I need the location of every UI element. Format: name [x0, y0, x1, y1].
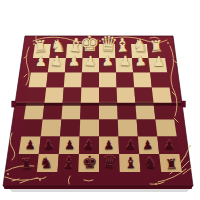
board-square — [99, 44, 116, 58]
gold-ornament-dot — [39, 179, 41, 181]
gold-ornament-dot — [155, 183, 157, 185]
board-square — [44, 88, 63, 104]
board-square — [46, 72, 65, 87]
board-square — [149, 58, 168, 73]
board-square — [65, 58, 83, 73]
board-square — [132, 58, 150, 73]
gold-ornament-dot — [7, 173, 9, 175]
board-square — [116, 58, 134, 73]
board-square — [133, 72, 152, 87]
board-square — [147, 44, 165, 58]
board-square — [115, 44, 132, 58]
board-square — [63, 88, 82, 104]
lower-half-shade — [16, 106, 182, 172]
board-square — [48, 58, 66, 73]
board-square — [33, 44, 51, 58]
board-square — [131, 44, 149, 58]
board-square — [116, 72, 134, 87]
board-square — [99, 88, 117, 104]
gold-ornament-dot — [189, 145, 191, 147]
board-square — [26, 88, 46, 104]
hinge-tab-left — [11, 101, 16, 108]
board-square — [29, 72, 48, 87]
board-square — [81, 88, 99, 104]
chess-board — [0, 0, 200, 200]
board-square — [64, 72, 82, 87]
board-square — [152, 88, 172, 104]
board-square — [66, 44, 83, 58]
board-square — [99, 58, 116, 73]
gold-ornament-dot — [99, 40, 101, 42]
board-square — [82, 58, 99, 73]
fold-seam — [15, 103, 183, 106]
board-square — [150, 72, 169, 87]
gold-ornament-dot — [33, 43, 35, 45]
product-photo-chess-set: ♜♞♝♚♛♝♞♜♟♟♟♟♟♟♟♟♟♟♟♟♟♟♟♟♜♞♝♚♛♝♞♜ — [0, 0, 200, 200]
board-square — [117, 88, 136, 104]
board-square — [134, 88, 153, 104]
board-square — [83, 44, 100, 58]
board-square — [31, 58, 50, 73]
board-square — [50, 44, 68, 58]
board-square — [81, 72, 99, 87]
gold-ornament-dot — [167, 42, 169, 44]
board-square — [99, 72, 117, 87]
hinge-tab-right — [181, 101, 186, 108]
